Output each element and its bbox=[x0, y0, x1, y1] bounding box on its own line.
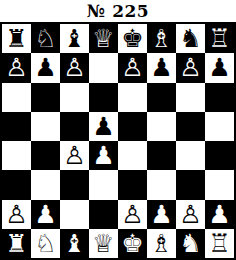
square-d3 bbox=[89, 170, 118, 199]
piece-black-pawn: ♟ bbox=[208, 55, 230, 80]
square-g1: ♞ bbox=[176, 229, 205, 258]
square-a2: ♙ bbox=[2, 200, 31, 229]
piece-black-king: ♚ bbox=[121, 26, 143, 51]
piece-white-bishop: ♗ bbox=[150, 231, 172, 256]
square-b2: ♟ bbox=[31, 200, 60, 229]
square-g2: ♙ bbox=[176, 200, 205, 229]
square-b5 bbox=[31, 112, 60, 141]
piece-black-pawn: ♟ bbox=[92, 114, 114, 139]
square-g7: ♙ bbox=[176, 53, 205, 82]
square-h8: ♖ bbox=[205, 24, 234, 53]
piece-white-pawn: ♟ bbox=[34, 202, 56, 227]
square-h3 bbox=[205, 170, 234, 199]
diagram-title: № 225 bbox=[0, 0, 236, 22]
square-c4: ♙ bbox=[60, 141, 89, 170]
piece-white-pawn: ♟ bbox=[150, 202, 172, 227]
square-b3 bbox=[31, 170, 60, 199]
piece-white-knight: ♘ bbox=[34, 231, 56, 256]
square-b6 bbox=[31, 83, 60, 112]
piece-black-queen: ♕ bbox=[92, 26, 114, 51]
square-h2: ♟ bbox=[205, 200, 234, 229]
piece-black-pawn: ♟ bbox=[34, 55, 56, 80]
square-f6 bbox=[147, 83, 176, 112]
square-e4 bbox=[118, 141, 147, 170]
square-c7: ♙ bbox=[60, 53, 89, 82]
chess-board: ♜♘♝♕♚♗♞♖♙♟♙♙♟♙♟♟♙♟♙♟♙♟♙♟♜♘♝♕♚♗♞♖ bbox=[0, 22, 236, 260]
square-e7: ♙ bbox=[118, 53, 147, 82]
square-a3 bbox=[2, 170, 31, 199]
square-e1: ♚ bbox=[118, 229, 147, 258]
square-b1: ♘ bbox=[31, 229, 60, 258]
square-g3 bbox=[176, 170, 205, 199]
square-d8: ♕ bbox=[89, 24, 118, 53]
square-a5 bbox=[2, 112, 31, 141]
square-a6 bbox=[2, 83, 31, 112]
square-b8: ♘ bbox=[31, 24, 60, 53]
piece-white-knight: ♞ bbox=[179, 231, 201, 256]
square-c8: ♝ bbox=[60, 24, 89, 53]
square-g5 bbox=[176, 112, 205, 141]
square-f4 bbox=[147, 141, 176, 170]
square-c3 bbox=[60, 170, 89, 199]
piece-white-pawn: ♟ bbox=[92, 143, 114, 168]
square-e6 bbox=[118, 83, 147, 112]
piece-white-rook: ♖ bbox=[208, 231, 230, 256]
square-a1: ♜ bbox=[2, 229, 31, 258]
square-d1: ♕ bbox=[89, 229, 118, 258]
square-h1: ♖ bbox=[205, 229, 234, 258]
square-c5 bbox=[60, 112, 89, 141]
square-d2 bbox=[89, 200, 118, 229]
piece-white-pawn: ♙ bbox=[63, 143, 85, 168]
square-e3 bbox=[118, 170, 147, 199]
square-h4 bbox=[205, 141, 234, 170]
piece-black-rook: ♖ bbox=[208, 26, 230, 51]
square-g8: ♞ bbox=[176, 24, 205, 53]
piece-black-rook: ♜ bbox=[5, 26, 27, 51]
piece-white-rook: ♜ bbox=[5, 231, 27, 256]
piece-white-bishop: ♝ bbox=[63, 231, 85, 256]
piece-white-pawn: ♙ bbox=[121, 202, 143, 227]
square-a8: ♜ bbox=[2, 24, 31, 53]
piece-black-pawn: ♙ bbox=[179, 55, 201, 80]
piece-white-pawn: ♙ bbox=[5, 202, 27, 227]
square-h6 bbox=[205, 83, 234, 112]
square-d4: ♟ bbox=[89, 141, 118, 170]
square-g4 bbox=[176, 141, 205, 170]
square-b7: ♟ bbox=[31, 53, 60, 82]
square-c2 bbox=[60, 200, 89, 229]
piece-white-pawn: ♟ bbox=[208, 202, 230, 227]
square-e5 bbox=[118, 112, 147, 141]
piece-black-pawn: ♟ bbox=[150, 55, 172, 80]
piece-black-bishop: ♗ bbox=[150, 26, 172, 51]
piece-white-king: ♚ bbox=[121, 231, 143, 256]
square-g6 bbox=[176, 83, 205, 112]
square-f7: ♟ bbox=[147, 53, 176, 82]
piece-black-pawn: ♙ bbox=[63, 55, 85, 80]
square-h5 bbox=[205, 112, 234, 141]
square-d7 bbox=[89, 53, 118, 82]
square-e8: ♚ bbox=[118, 24, 147, 53]
square-f5 bbox=[147, 112, 176, 141]
square-a7: ♙ bbox=[2, 53, 31, 82]
piece-black-knight: ♞ bbox=[179, 26, 201, 51]
piece-black-pawn: ♙ bbox=[121, 55, 143, 80]
square-a4 bbox=[2, 141, 31, 170]
square-c1: ♝ bbox=[60, 229, 89, 258]
square-f1: ♗ bbox=[147, 229, 176, 258]
square-f8: ♗ bbox=[147, 24, 176, 53]
piece-black-knight: ♘ bbox=[34, 26, 56, 51]
square-f3 bbox=[147, 170, 176, 199]
square-d5: ♟ bbox=[89, 112, 118, 141]
chess-diagram: № 225 ♜♘♝♕♚♗♞♖♙♟♙♙♟♙♟♟♙♟♙♟♙♟♙♟♜♘♝♕♚♗♞♖ bbox=[0, 0, 236, 260]
square-h7: ♟ bbox=[205, 53, 234, 82]
piece-black-bishop: ♝ bbox=[63, 26, 85, 51]
square-f2: ♟ bbox=[147, 200, 176, 229]
piece-white-queen: ♕ bbox=[92, 231, 114, 256]
square-c6 bbox=[60, 83, 89, 112]
piece-white-pawn: ♙ bbox=[179, 202, 201, 227]
square-d6 bbox=[89, 83, 118, 112]
piece-black-pawn: ♙ bbox=[5, 55, 27, 80]
square-b4 bbox=[31, 141, 60, 170]
square-e2: ♙ bbox=[118, 200, 147, 229]
